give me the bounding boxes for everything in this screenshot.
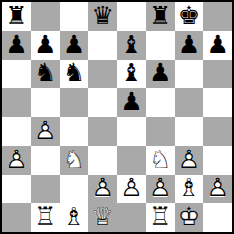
black-pawn-f6: ♟ [146,60,175,89]
black-pawn-b7: ♟ [31,31,60,60]
white-piece-outline: ♙ [203,175,232,204]
square-d2[interactable]: ♟♙ [88,175,117,204]
square-b8[interactable] [31,2,60,31]
black-pawn-c7: ♟ [60,31,89,60]
white-pawn-e2: ♟♙ [117,175,146,204]
square-d8[interactable]: ♛ [88,2,117,31]
square-a4[interactable] [2,117,31,146]
white-piece-outline: ♘ [60,146,89,175]
black-piece-glyph: ♟ [203,31,232,60]
square-e7[interactable]: ♝ [117,31,146,60]
black-knight-b6: ♞ [31,60,60,89]
square-f3[interactable]: ♞♘ [146,146,175,175]
square-h8[interactable] [203,2,232,31]
black-piece-glyph: ♟ [175,31,204,60]
white-piece-outline: ♙ [117,175,146,204]
square-a3[interactable]: ♟♙ [2,146,31,175]
white-pawn-h2: ♟♙ [203,175,232,204]
black-piece-glyph: ♞ [31,60,60,89]
square-h5[interactable] [203,88,232,117]
white-piece-outline: ♔ [175,203,204,232]
white-piece-outline: ♙ [2,146,31,175]
square-d3[interactable] [88,146,117,175]
square-c6[interactable]: ♞ [60,60,89,89]
black-piece-glyph: ♟ [2,31,31,60]
white-pawn-d2: ♟♙ [88,175,117,204]
square-g7[interactable]: ♟ [175,31,204,60]
black-pawn-e5: ♟ [117,88,146,117]
square-g6[interactable] [175,60,204,89]
white-piece-outline: ♕ [88,203,117,232]
black-queen-d8: ♛ [88,2,117,31]
square-c3[interactable]: ♞♘ [60,146,89,175]
square-a1[interactable] [2,203,31,232]
square-h4[interactable] [203,117,232,146]
square-a7[interactable]: ♟ [2,31,31,60]
square-f2[interactable]: ♟♙ [146,175,175,204]
black-piece-glyph: ♝ [117,31,146,60]
black-piece-glyph: ♜ [2,2,31,31]
square-f6[interactable]: ♟ [146,60,175,89]
white-piece-outline: ♙ [31,117,60,146]
square-f5[interactable] [146,88,175,117]
white-pawn-f2: ♟♙ [146,175,175,204]
square-d6[interactable] [88,60,117,89]
square-c5[interactable] [60,88,89,117]
white-piece-outline: ♘ [146,146,175,175]
white-pawn-b4: ♟♙ [31,117,60,146]
black-rook-f8: ♜ [146,2,175,31]
white-rook-b1: ♜♖ [31,203,60,232]
square-h7[interactable]: ♟ [203,31,232,60]
square-a5[interactable] [2,88,31,117]
square-b7[interactable]: ♟ [31,31,60,60]
white-piece-outline: ♗ [60,203,89,232]
square-h6[interactable] [203,60,232,89]
square-a8[interactable]: ♜ [2,2,31,31]
square-b6[interactable]: ♞ [31,60,60,89]
black-bishop-e6: ♝ [117,60,146,89]
square-e4[interactable] [117,117,146,146]
black-piece-glyph: ♞ [60,60,89,89]
white-pawn-g3: ♟♙ [175,146,204,175]
square-d1[interactable]: ♛♕ [88,203,117,232]
black-piece-glyph: ♟ [117,88,146,117]
square-f7[interactable] [146,31,175,60]
square-g1[interactable]: ♚♔ [175,203,204,232]
square-h2[interactable]: ♟♙ [203,175,232,204]
white-knight-c3: ♞♘ [60,146,89,175]
square-b1[interactable]: ♜♖ [31,203,60,232]
white-knight-f3: ♞♘ [146,146,175,175]
black-piece-glyph: ♚ [175,2,204,31]
square-g8[interactable]: ♚ [175,2,204,31]
square-b3[interactable] [31,146,60,175]
white-queen-d1: ♛♕ [88,203,117,232]
square-g4[interactable] [175,117,204,146]
black-pawn-a7: ♟ [2,31,31,60]
square-h1[interactable] [203,203,232,232]
white-piece-outline: ♙ [146,175,175,204]
square-e8[interactable] [117,2,146,31]
square-f4[interactable] [146,117,175,146]
black-bishop-e7: ♝ [117,31,146,60]
white-rook-f1: ♜♖ [146,203,175,232]
square-b2[interactable] [31,175,60,204]
black-pawn-h7: ♟ [203,31,232,60]
square-d4[interactable] [88,117,117,146]
square-a6[interactable] [2,60,31,89]
square-c8[interactable] [60,2,89,31]
white-king-g1: ♚♔ [175,203,204,232]
white-piece-outline: ♗ [175,175,204,204]
square-c1[interactable]: ♝♗ [60,203,89,232]
square-e3[interactable] [117,146,146,175]
square-g5[interactable] [175,88,204,117]
square-c7[interactable]: ♟ [60,31,89,60]
black-piece-glyph: ♝ [117,60,146,89]
black-piece-glyph: ♜ [146,2,175,31]
square-c2[interactable] [60,175,89,204]
white-bishop-g2: ♝♗ [175,175,204,204]
square-f1[interactable]: ♜♖ [146,203,175,232]
square-e6[interactable]: ♝ [117,60,146,89]
square-g2[interactable]: ♝♗ [175,175,204,204]
square-e5[interactable]: ♟ [117,88,146,117]
square-e1[interactable] [117,203,146,232]
square-e2[interactable]: ♟♙ [117,175,146,204]
black-king-g8: ♚ [175,2,204,31]
black-piece-glyph: ♟ [60,31,89,60]
black-rook-a8: ♜ [2,2,31,31]
white-piece-outline: ♙ [88,175,117,204]
white-piece-outline: ♙ [175,146,204,175]
chess-board-frame: ♜♛♜♚♟♟♟♝♟♟♞♞♝♟♟♟♙♟♙♞♘♞♘♟♙♟♙♟♙♟♙♝♗♟♙♜♖♝♗♛… [0,0,234,234]
white-pawn-a3: ♟♙ [2,146,31,175]
square-b5[interactable] [31,88,60,117]
black-knight-c6: ♞ [60,60,89,89]
square-d5[interactable] [88,88,117,117]
white-piece-outline: ♖ [146,203,175,232]
white-piece-outline: ♖ [31,203,60,232]
square-c4[interactable] [60,117,89,146]
square-b4[interactable]: ♟♙ [31,117,60,146]
black-piece-glyph: ♟ [146,60,175,89]
black-piece-glyph: ♟ [31,31,60,60]
square-h3[interactable] [203,146,232,175]
white-bishop-c1: ♝♗ [60,203,89,232]
black-pawn-g7: ♟ [175,31,204,60]
square-g3[interactable]: ♟♙ [175,146,204,175]
square-d7[interactable] [88,31,117,60]
square-f8[interactable]: ♜ [146,2,175,31]
black-piece-glyph: ♛ [88,2,117,31]
chess-board: ♜♛♜♚♟♟♟♝♟♟♞♞♝♟♟♟♙♟♙♞♘♞♘♟♙♟♙♟♙♟♙♝♗♟♙♜♖♝♗♛… [2,2,232,232]
square-a2[interactable] [2,175,31,204]
